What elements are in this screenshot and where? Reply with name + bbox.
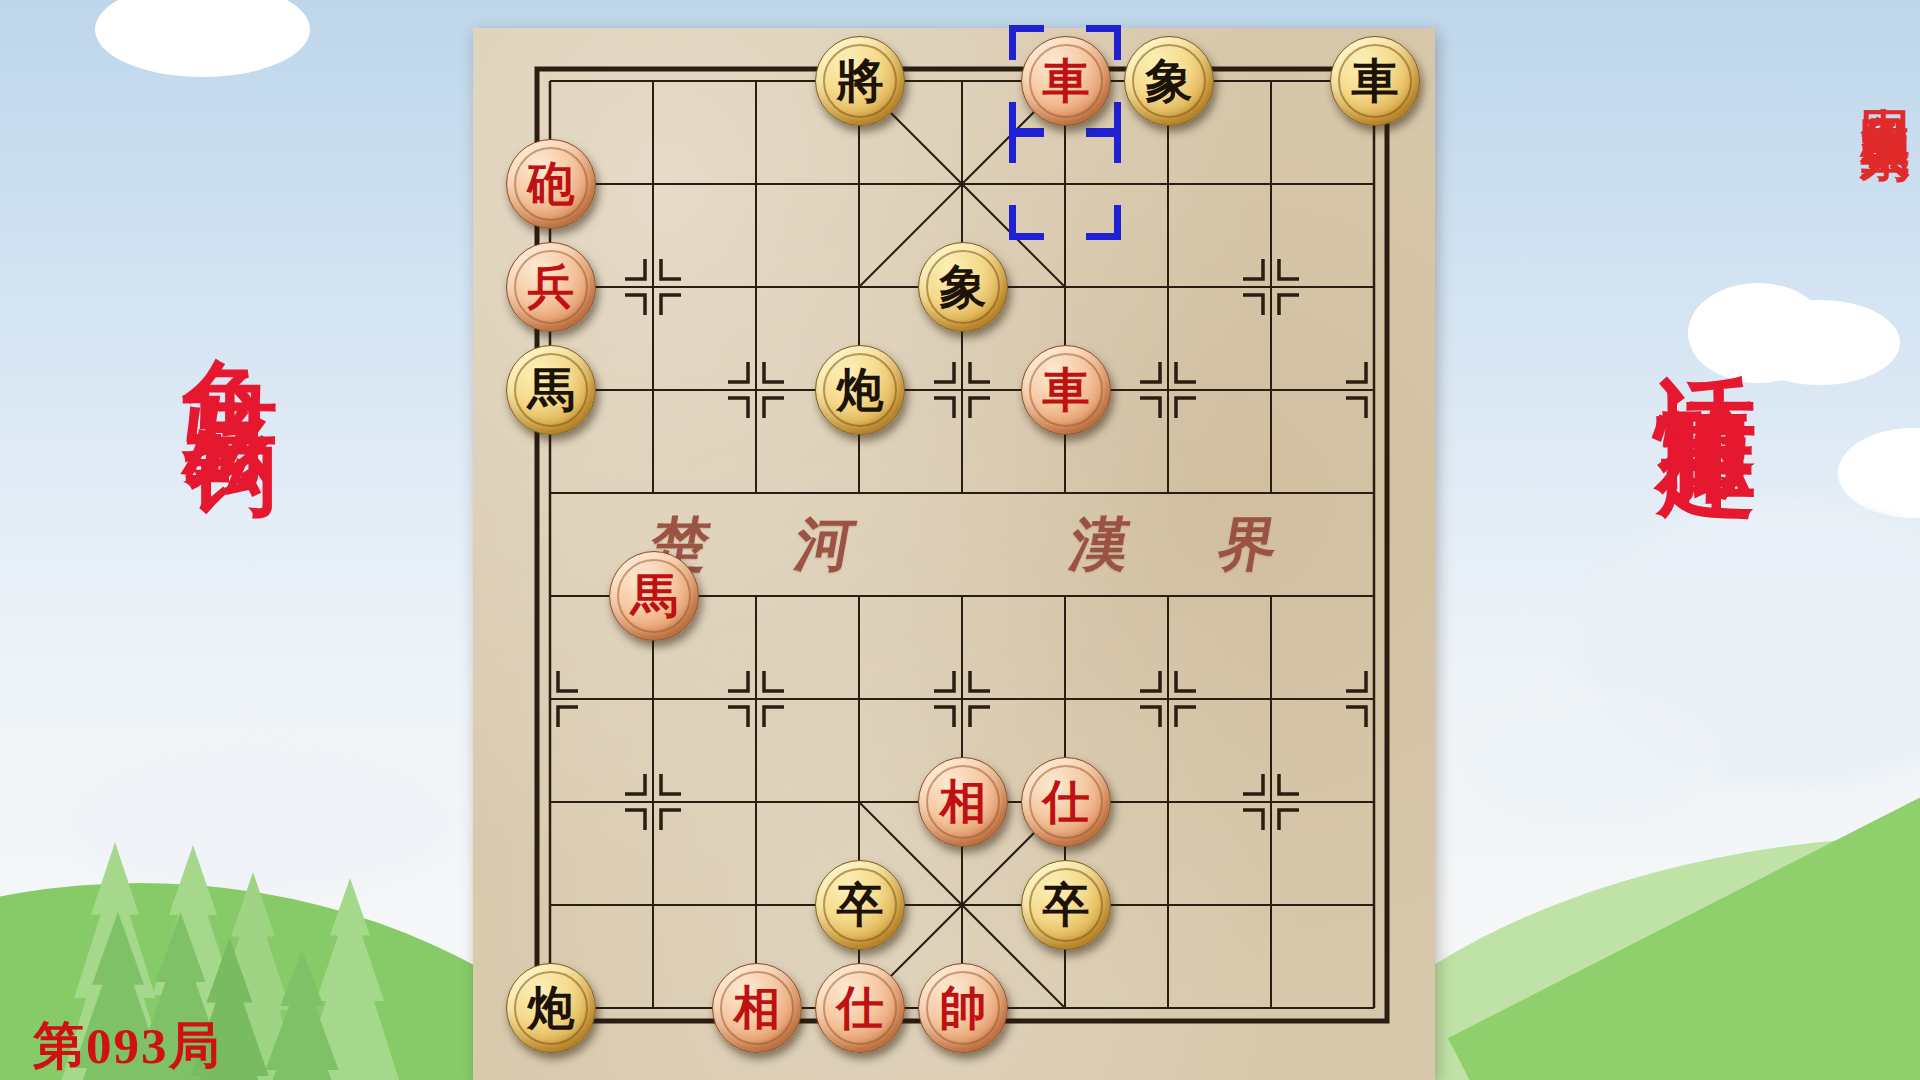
piece-character: 兵 xyxy=(528,264,575,311)
series-caption: 中国象棋宝典系列 xyxy=(1852,68,1918,100)
piece-character: 將 xyxy=(837,58,884,105)
piece-red-chariot[interactable]: 車 xyxy=(1021,345,1111,435)
piece-character: 仕 xyxy=(1043,779,1090,826)
puzzle-title: 鱼骇月钩 xyxy=(168,282,295,378)
piece-character: 馬 xyxy=(528,367,575,414)
piece-black-chariot[interactable]: 車 xyxy=(1330,36,1420,126)
piece-black-horse[interactable]: 馬 xyxy=(506,345,596,435)
piece-red-horse[interactable]: 馬 xyxy=(609,551,699,641)
piece-black-elephant[interactable]: 象 xyxy=(918,242,1008,332)
piece-character: 帥 xyxy=(940,985,987,1032)
board[interactable] xyxy=(473,28,1435,1080)
piece-red-elephant[interactable]: 相 xyxy=(712,963,802,1053)
piece-black-general[interactable]: 將 xyxy=(815,36,905,126)
piece-red-advisor[interactable]: 仕 xyxy=(815,963,905,1053)
piece-red-cannon[interactable]: 砲 xyxy=(506,139,596,229)
piece-red-chariot[interactable]: 車 xyxy=(1021,36,1111,126)
piece-red-soldier[interactable]: 兵 xyxy=(506,242,596,332)
piece-character: 炮 xyxy=(528,985,575,1032)
piece-character: 卒 xyxy=(837,882,884,929)
collection-title: 适情雅趣 xyxy=(1638,292,1773,356)
piece-character: 車 xyxy=(1043,58,1090,105)
piece-character: 車 xyxy=(1352,58,1399,105)
piece-black-elephant[interactable]: 象 xyxy=(1124,36,1214,126)
cloud xyxy=(1460,690,1720,830)
piece-black-soldier[interactable]: 卒 xyxy=(1021,860,1111,950)
piece-character: 相 xyxy=(940,779,987,826)
piece-character: 卒 xyxy=(1043,882,1090,929)
piece-black-cannon[interactable]: 炮 xyxy=(815,345,905,435)
piece-character: 車 xyxy=(1043,367,1090,414)
piece-black-soldier[interactable]: 卒 xyxy=(815,860,905,950)
piece-black-cannon[interactable]: 炮 xyxy=(506,963,596,1053)
piece-red-advisor[interactable]: 仕 xyxy=(1021,757,1111,847)
puzzle-number: 第093局 xyxy=(33,1012,222,1080)
piece-character: 仕 xyxy=(837,985,884,1032)
piece-character: 炮 xyxy=(837,367,884,414)
piece-red-general[interactable]: 帥 xyxy=(918,963,1008,1053)
xiangqi-app-screen: 楚河漢界 將車象車砲兵象馬炮車馬相仕卒卒炮相仕帥 鱼骇月钩 适情雅趣 中国象棋宝… xyxy=(0,0,1920,1080)
piece-red-elephant[interactable]: 相 xyxy=(918,757,1008,847)
piece-character: 砲 xyxy=(528,161,575,208)
piece-character: 馬 xyxy=(631,573,678,620)
piece-character: 相 xyxy=(734,985,781,1032)
piece-character: 象 xyxy=(940,264,987,311)
piece-character: 象 xyxy=(1146,58,1193,105)
